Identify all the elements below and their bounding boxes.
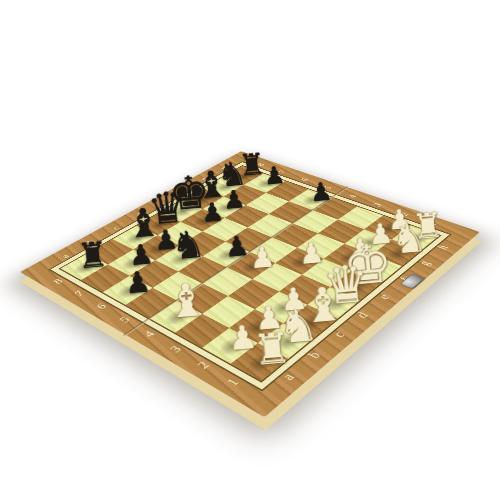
piece-black-rook-a8[interactable]: ♜ bbox=[76, 238, 110, 274]
piece-black-pawn-e7[interactable]: ♟ bbox=[200, 199, 225, 225]
square-a8[interactable]: ♜ bbox=[61, 254, 108, 281]
piece-black-pawn-h5[interactable]: ♟ bbox=[309, 179, 333, 205]
board-squares: ♜♝♛♚♝♞♜♟♟♟♟♟♟♞♟♟♝♟♟♟♟♟♟♟♟♜♞♝♛♚♞♜ bbox=[61, 166, 440, 381]
piece-black-pawn-h7[interactable]: ♟ bbox=[263, 163, 286, 187]
piece-black-pawn-d5[interactable]: ♟ bbox=[223, 232, 250, 260]
product-photo-background: abcdefgh abcdefgh 87654321 87654321 ♜♝♛♚… bbox=[0, 0, 500, 500]
piece-black-pawn-f7[interactable]: ♟ bbox=[222, 187, 246, 213]
piece-white-rook-a1[interactable]: ♜ bbox=[252, 328, 293, 371]
piece-white-pawn-d4[interactable]: ♟ bbox=[248, 243, 276, 272]
piece-white-bishop-a4[interactable]: ♝ bbox=[164, 278, 209, 325]
chess-board: abcdefgh abcdefgh 87654321 87654321 ♜♝♛♚… bbox=[20, 151, 480, 417]
piece-white-knight-g1[interactable]: ♞ bbox=[390, 219, 428, 259]
piece-black-knight-c6[interactable]: ♞ bbox=[170, 226, 207, 265]
piece-black-pawn-a6[interactable]: ♟ bbox=[124, 267, 152, 297]
